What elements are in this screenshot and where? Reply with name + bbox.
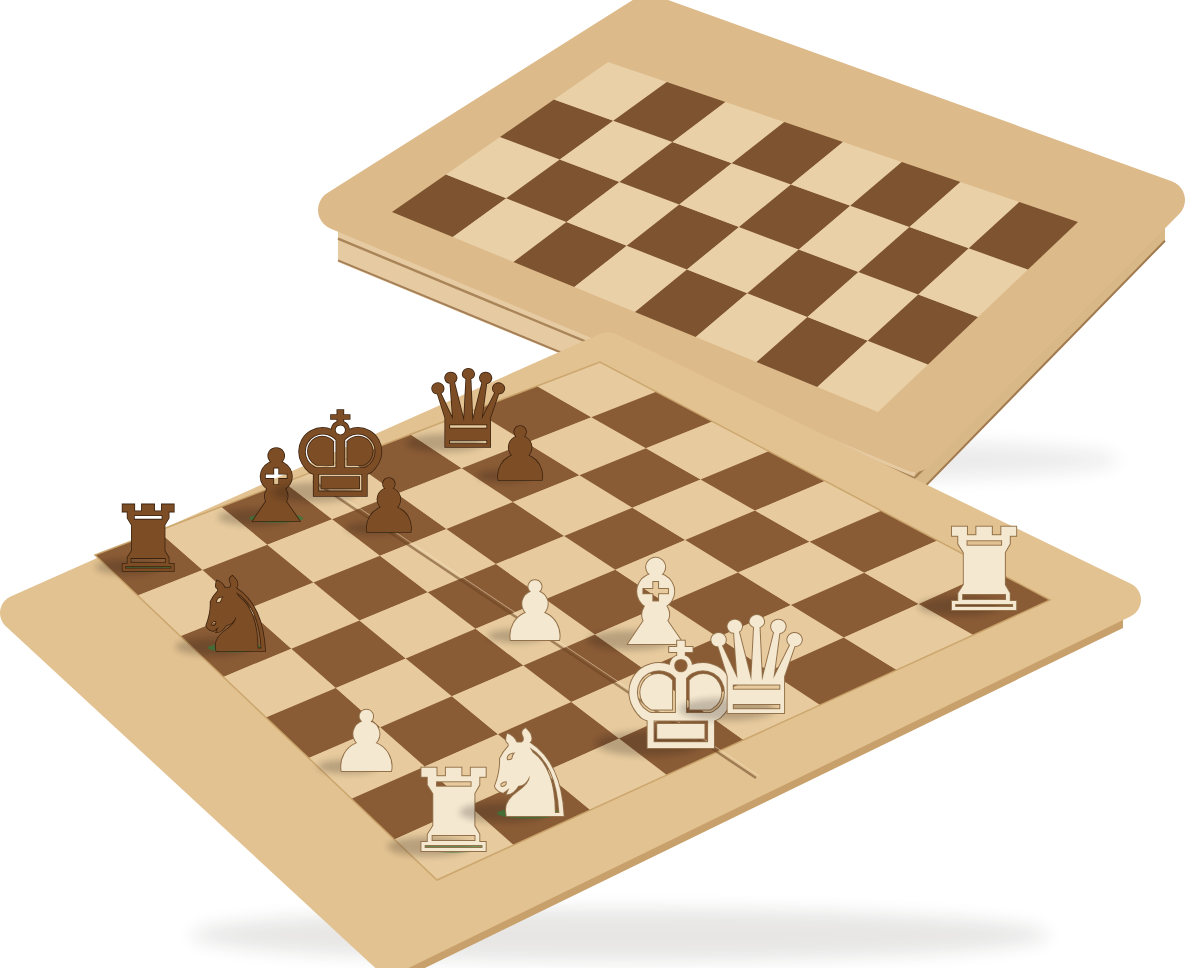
dark-rook-glyph: ♜ <box>108 487 190 592</box>
piece-dark-rook-a8: ♜ <box>95 487 189 592</box>
dark-pawn-glyph: ♟ <box>356 463 422 549</box>
piece-white-pawn-a3: ♟ <box>318 693 404 791</box>
dark-pawn-glyph: ♟ <box>487 411 553 497</box>
dark-knight-glyph: ♞ <box>189 555 281 675</box>
piece-white-pawn-d4: ♟ <box>488 564 572 659</box>
chess-set-product-photo: ♜♝♚♛♟♟♞♟♟♝♜♞♚♛♜ <box>0 0 1200 968</box>
piece-white-rook-h1: ♜ <box>918 504 1035 637</box>
white-pawn-glyph: ♟ <box>498 564 572 659</box>
white-pawn-glyph: ♟ <box>329 693 404 791</box>
floor-shadow <box>190 909 1050 961</box>
scene-canvas: ♜♝♚♛♟♟♞♟♟♝♜♞♚♛♜ <box>0 0 1200 968</box>
piece-dark-knight-a6: ♞ <box>176 555 282 675</box>
white-knight-glyph: ♞ <box>476 705 584 844</box>
piece-dark-pawn-d7: ♟ <box>346 463 422 549</box>
white-queen-glyph: ♛ <box>697 589 817 745</box>
white-rook-glyph: ♜ <box>933 504 1035 637</box>
piece-white-queen-e1: ♛ <box>679 589 817 745</box>
piece-white-knight-b1: ♞ <box>459 705 583 844</box>
piece-dark-pawn-f7: ♟ <box>477 411 553 497</box>
